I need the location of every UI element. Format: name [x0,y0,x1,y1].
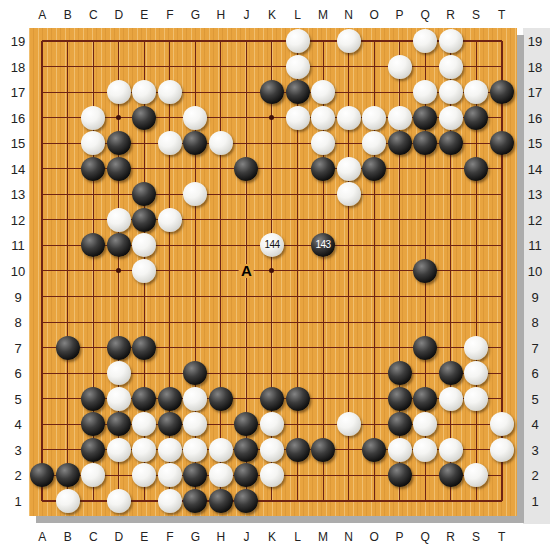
stone-white-F15 [158,131,182,155]
stone-white-P3 [388,438,412,462]
stone-white-F1 [158,489,182,513]
coord-label-left-8: 8 [14,315,21,330]
stone-black-K17 [260,80,284,104]
stone-white-G13 [183,182,207,206]
stone-white-C2 [81,463,105,487]
coord-label-right-9: 9 [531,289,538,304]
stone-white-N14 [337,157,361,181]
coord-label-bottom-C: C [89,530,98,544]
grid-line-horizontal [42,322,501,323]
coord-label-left-2: 2 [14,468,21,483]
stone-black-D4 [107,412,131,436]
star-point-K10 [269,268,274,273]
stone-white-R18 [439,55,463,79]
stone-black-H5 [209,387,233,411]
coord-label-right-17: 17 [528,85,542,100]
coord-label-left-5: 5 [14,391,21,406]
coord-label-right-6: 6 [531,366,538,381]
coord-label-right-7: 7 [531,340,538,355]
coord-label-bottom-H: H [217,530,226,544]
stone-white-R3 [439,438,463,462]
move-number-143: 143 [315,240,330,250]
stone-white-B1 [56,489,80,513]
stone-white-D5 [107,387,131,411]
stone-black-O3 [362,438,386,462]
coord-label-left-3: 3 [14,442,21,457]
stone-white-N16 [337,106,361,130]
coord-label-top-B: B [64,8,72,22]
stone-black-T15 [490,131,514,155]
star-point-D10 [116,268,121,273]
coord-label-right-16: 16 [528,110,542,125]
coord-label-left-10: 10 [11,263,25,278]
move-number-144: 144 [264,240,279,250]
stone-black-B7 [56,336,80,360]
coord-label-top-R: R [446,8,455,22]
coord-label-bottom-A: A [38,530,46,544]
stone-black-G6 [183,361,207,385]
coord-label-right-5: 5 [531,391,538,406]
coord-label-top-L: L [294,8,301,22]
coord-label-left-18: 18 [11,59,25,74]
coord-label-top-H: H [217,8,226,22]
stone-black-M11: 143 [311,233,335,257]
coord-label-left-14: 14 [11,161,25,176]
stone-white-H3 [209,438,233,462]
coord-label-left-12: 12 [11,212,25,227]
coord-label-left-16: 16 [11,110,25,125]
stone-black-L3 [286,438,310,462]
stone-white-D12 [107,208,131,232]
stone-black-Q5 [413,387,437,411]
grid-line-horizontal [42,296,501,297]
coord-label-right-3: 3 [531,442,538,457]
coord-label-top-G: G [191,8,200,22]
coord-label-left-13: 13 [11,187,25,202]
stone-black-C5 [81,387,105,411]
coord-label-bottom-F: F [166,530,173,544]
stone-white-K4 [260,412,284,436]
stone-black-G2 [183,463,207,487]
stone-white-S2 [464,463,488,487]
stone-black-Q15 [413,131,437,155]
go-board[interactable]: 144143A [29,28,517,516]
stone-white-K3 [260,438,284,462]
coord-label-bottom-M: M [318,530,328,544]
stone-white-N4 [337,412,361,436]
stone-black-L5 [286,387,310,411]
stone-white-T4 [490,412,514,436]
stone-black-J14 [234,157,258,181]
stone-white-P18 [388,55,412,79]
stone-white-D3 [107,438,131,462]
stone-white-S6 [464,361,488,385]
stone-white-F17 [158,80,182,104]
coord-label-left-17: 17 [11,85,25,100]
coord-label-left-1: 1 [14,493,21,508]
stone-black-P6 [388,361,412,385]
stone-black-C14 [81,157,105,181]
coord-label-bottom-G: G [191,530,200,544]
star-point-D16 [116,115,121,120]
coord-label-bottom-T: T [498,530,505,544]
stone-white-E4 [132,412,156,436]
coord-label-right-12: 12 [528,212,542,227]
stone-white-H2 [209,463,233,487]
stone-white-E11 [132,233,156,257]
coord-label-left-11: 11 [11,238,25,253]
coord-label-right-15: 15 [528,136,542,151]
stone-black-Q7 [413,336,437,360]
stone-white-L19 [286,29,310,53]
stone-black-P4 [388,412,412,436]
stone-white-E3 [132,438,156,462]
stone-white-N13 [337,182,361,206]
stone-white-F12 [158,208,182,232]
stone-black-E7 [132,336,156,360]
stone-black-Q10 [413,259,437,283]
coord-label-bottom-Q: Q [420,530,429,544]
coord-label-bottom-B: B [64,530,72,544]
coord-label-top-S: S [472,8,480,22]
stone-black-G1 [183,489,207,513]
stone-black-J2 [234,463,258,487]
stone-black-P15 [388,131,412,155]
stone-white-P16 [388,106,412,130]
stone-black-D14 [107,157,131,181]
coord-label-top-N: N [344,8,353,22]
stone-black-C11 [81,233,105,257]
coord-label-right-13: 13 [528,187,542,202]
coord-label-bottom-N: N [344,530,353,544]
coord-label-right-18: 18 [528,59,542,74]
stone-white-E2 [132,463,156,487]
stone-white-Q17 [413,80,437,104]
stone-white-D6 [107,361,131,385]
stone-white-K11: 144 [260,233,284,257]
coord-label-top-C: C [89,8,98,22]
stone-black-O14 [362,157,386,181]
stone-white-G5 [183,387,207,411]
stone-white-H15 [209,131,233,155]
coord-label-right-2: 2 [531,468,538,483]
stone-white-Q3 [413,438,437,462]
stone-white-M17 [311,80,335,104]
stone-black-M14 [311,157,335,181]
coord-label-top-A: A [38,8,46,22]
annotation-A-J10: A [239,264,254,278]
coord-label-bottom-K: K [268,530,276,544]
stone-white-M15 [311,131,335,155]
stone-white-N19 [337,29,361,53]
coord-label-left-6: 6 [14,366,21,381]
stone-black-E13 [132,182,156,206]
coord-label-right-1: 1 [531,493,538,508]
stone-black-K5 [260,387,284,411]
coord-label-left-15: 15 [11,136,25,151]
stone-white-E17 [132,80,156,104]
stone-black-D15 [107,131,131,155]
stone-black-M3 [311,438,335,462]
stone-white-R16 [439,106,463,130]
coord-label-right-4: 4 [531,417,538,432]
star-point-K16 [269,115,274,120]
coord-label-left-7: 7 [14,340,21,355]
coord-label-right-8: 8 [531,315,538,330]
stone-white-O16 [362,106,386,130]
coord-label-bottom-J: J [243,530,249,544]
stone-white-K2 [260,463,284,487]
stone-black-S14 [464,157,488,181]
coord-label-top-M: M [318,8,328,22]
stone-white-G16 [183,106,207,130]
stone-black-D11 [107,233,131,257]
coord-label-bottom-D: D [115,530,124,544]
stone-white-F2 [158,463,182,487]
stone-black-S16 [464,106,488,130]
coord-label-right-11: 11 [528,238,542,253]
stone-white-L16 [286,106,310,130]
stone-white-L18 [286,55,310,79]
coord-label-left-19: 19 [11,34,25,49]
stone-white-C15 [81,131,105,155]
stone-black-R2 [439,463,463,487]
stone-black-P5 [388,387,412,411]
stone-black-T17 [490,80,514,104]
stone-black-J4 [234,412,258,436]
coord-label-top-E: E [140,8,148,22]
coord-label-bottom-R: R [446,530,455,544]
coord-label-right-19: 19 [528,34,542,49]
stone-black-Q16 [413,106,437,130]
coord-label-bottom-L: L [294,530,301,544]
stone-black-J1 [234,489,258,513]
stone-white-G3 [183,438,207,462]
coord-label-top-Q: Q [420,8,429,22]
stone-white-R17 [439,80,463,104]
stone-white-M16 [311,106,335,130]
stone-black-J3 [234,438,258,462]
stone-white-G4 [183,412,207,436]
coord-label-top-D: D [115,8,124,22]
stone-black-F5 [158,387,182,411]
stone-white-T3 [490,438,514,462]
coord-label-bottom-O: O [369,530,378,544]
stone-white-O15 [362,131,386,155]
stone-black-H1 [209,489,233,513]
stone-black-E16 [132,106,156,130]
stone-white-E10 [132,259,156,283]
stone-white-S5 [464,387,488,411]
coord-label-bottom-E: E [140,530,148,544]
coord-label-top-J: J [243,8,249,22]
stone-black-R6 [439,361,463,385]
stone-white-Q19 [413,29,437,53]
stone-white-R19 [439,29,463,53]
stone-white-C16 [81,106,105,130]
stone-black-A2 [30,463,54,487]
stone-white-Q4 [413,412,437,436]
coord-label-top-K: K [268,8,276,22]
stone-black-G15 [183,131,207,155]
stone-white-R5 [439,387,463,411]
stone-black-E5 [132,387,156,411]
coord-label-bottom-P: P [396,530,404,544]
go-diagram: 144143A AABBCCDDEEFFGGHHJJKKLLMMNNOOPPQQ… [0,0,550,550]
stone-black-B2 [56,463,80,487]
stone-black-L17 [286,80,310,104]
coord-label-right-10: 10 [528,263,542,278]
coord-label-top-P: P [396,8,404,22]
stone-white-S7 [464,336,488,360]
coord-label-left-4: 4 [14,417,21,432]
stone-white-D17 [107,80,131,104]
stone-black-E12 [132,208,156,232]
stone-black-R15 [439,131,463,155]
stone-black-D7 [107,336,131,360]
stone-black-C4 [81,412,105,436]
coord-label-top-F: F [166,8,173,22]
stone-white-S17 [464,80,488,104]
coord-label-right-14: 14 [528,161,542,176]
coord-label-left-9: 9 [14,289,21,304]
stone-white-D1 [107,489,131,513]
stone-black-P2 [388,463,412,487]
coord-label-bottom-S: S [472,530,480,544]
stone-black-F4 [158,412,182,436]
stone-black-C3 [81,438,105,462]
stone-white-F3 [158,438,182,462]
coord-label-top-T: T [498,8,505,22]
coord-label-top-O: O [369,8,378,22]
